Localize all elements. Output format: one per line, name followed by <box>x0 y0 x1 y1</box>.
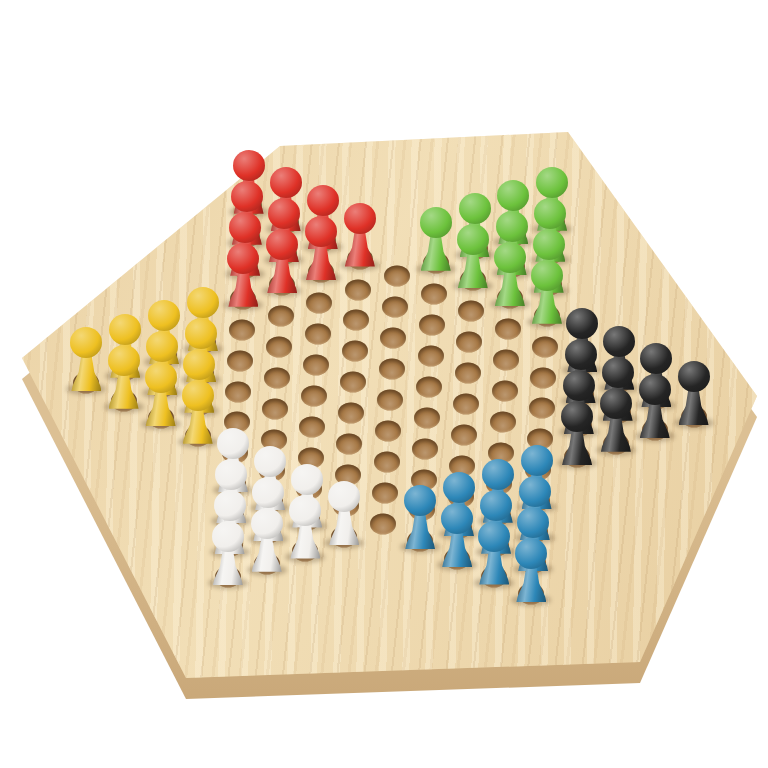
hole[interactable] <box>495 318 521 339</box>
peg-red[interactable] <box>226 243 260 307</box>
hole[interactable] <box>382 297 408 318</box>
hole[interactable] <box>340 372 366 393</box>
peg-ball <box>109 314 141 345</box>
peg-yellow[interactable] <box>144 362 178 426</box>
peg-body <box>146 388 176 426</box>
hole[interactable] <box>453 394 479 415</box>
peg-ball <box>531 260 563 291</box>
peg-ball <box>404 485 436 516</box>
hole[interactable] <box>377 390 403 411</box>
peg-ball <box>494 242 526 273</box>
peg-ball <box>266 229 298 260</box>
peg-ball <box>328 481 360 512</box>
hole[interactable] <box>493 349 519 370</box>
peg-body <box>442 529 472 567</box>
peg-body <box>601 414 631 452</box>
peg-ball <box>291 464 323 495</box>
peg-body <box>306 242 336 280</box>
hole[interactable] <box>303 354 329 375</box>
peg-green[interactable] <box>493 242 527 306</box>
peg-body <box>213 547 243 585</box>
hole[interactable] <box>227 350 253 371</box>
peg-ball <box>443 472 475 503</box>
peg-black[interactable] <box>560 401 594 465</box>
peg-ball <box>212 521 244 552</box>
peg-body <box>329 507 359 545</box>
peg-body <box>228 269 258 307</box>
hole[interactable] <box>229 319 255 340</box>
peg-ball <box>233 150 265 181</box>
peg-ball <box>521 445 553 476</box>
peg-body <box>183 406 213 444</box>
peg-ball <box>480 490 512 521</box>
hole[interactable] <box>336 434 362 455</box>
peg-body <box>479 547 509 585</box>
peg-ball <box>600 388 632 419</box>
hole[interactable] <box>455 363 481 384</box>
peg-ball <box>566 308 598 339</box>
board-scene <box>0 0 768 768</box>
peg-ball <box>270 167 302 198</box>
peg-ball <box>217 428 249 459</box>
peg-ball <box>229 212 261 243</box>
peg-ball <box>563 370 595 401</box>
hole[interactable] <box>345 279 371 300</box>
hole[interactable] <box>379 359 405 380</box>
peg-ball <box>478 521 510 552</box>
peg-ball <box>344 203 376 234</box>
hole[interactable] <box>412 438 438 459</box>
hole[interactable] <box>370 513 396 534</box>
peg-black[interactable] <box>599 388 633 452</box>
peg-ball <box>215 459 247 490</box>
peg-body <box>109 371 139 409</box>
peg-red[interactable] <box>304 216 338 280</box>
hole[interactable] <box>384 266 410 287</box>
peg-red[interactable] <box>265 229 299 293</box>
peg-green[interactable] <box>456 224 490 288</box>
peg-ball <box>251 508 283 539</box>
hole[interactable] <box>380 328 406 349</box>
hole[interactable] <box>299 416 325 437</box>
peg-ball <box>183 349 215 380</box>
peg-ball <box>268 198 300 229</box>
peg-white[interactable] <box>250 508 284 572</box>
peg-ball <box>482 459 514 490</box>
hole[interactable] <box>264 368 290 389</box>
peg-blue[interactable] <box>440 503 474 567</box>
peg-ball <box>561 401 593 432</box>
peg-ball <box>603 326 635 357</box>
hole[interactable] <box>374 451 400 472</box>
hole[interactable] <box>266 337 292 358</box>
hole[interactable] <box>421 283 447 304</box>
hole[interactable] <box>414 407 440 428</box>
peg-white[interactable] <box>327 481 361 545</box>
peg-ball <box>457 224 489 255</box>
peg-body <box>252 534 282 572</box>
hole[interactable] <box>529 398 555 419</box>
peg-ball <box>517 507 549 538</box>
peg-body <box>290 521 320 559</box>
peg-yellow[interactable] <box>69 327 103 391</box>
peg-body <box>405 511 435 549</box>
peg-ball <box>534 198 566 229</box>
peg-black[interactable] <box>677 361 711 425</box>
hole[interactable] <box>416 376 442 397</box>
peg-ball <box>305 216 337 247</box>
hole[interactable] <box>343 310 369 331</box>
peg-ball <box>497 180 529 211</box>
peg-ball <box>70 327 102 358</box>
hole[interactable] <box>375 420 401 441</box>
peg-ball <box>307 185 339 216</box>
peg-white[interactable] <box>211 521 245 585</box>
hole[interactable] <box>490 411 516 432</box>
peg-ball <box>214 490 246 521</box>
peg-ball <box>289 495 321 526</box>
peg-body <box>640 400 670 438</box>
peg-ball <box>252 477 284 508</box>
peg-ball <box>639 374 671 405</box>
hole[interactable] <box>530 367 556 388</box>
peg-ball <box>146 331 178 362</box>
peg-blue[interactable] <box>403 485 437 549</box>
peg-ball <box>459 193 491 224</box>
hole[interactable] <box>456 332 482 353</box>
hole[interactable] <box>262 399 288 420</box>
peg-blue[interactable] <box>514 538 548 602</box>
hole[interactable] <box>451 425 477 446</box>
peg-body <box>267 255 297 293</box>
hole[interactable] <box>532 336 558 357</box>
hole[interactable] <box>372 482 398 503</box>
peg-body <box>421 233 451 271</box>
peg-ball <box>640 343 672 374</box>
peg-ball <box>519 476 551 507</box>
peg-ball <box>496 211 528 242</box>
hole[interactable] <box>338 403 364 424</box>
peg-body <box>679 387 709 425</box>
peg-ball <box>420 207 452 238</box>
peg-ball <box>536 167 568 198</box>
peg-body <box>495 268 525 306</box>
peg-body <box>532 286 562 324</box>
peg-ball <box>515 538 547 569</box>
peg-ball <box>227 243 259 274</box>
hole[interactable] <box>306 292 332 313</box>
peg-body <box>345 229 375 267</box>
peg-black[interactable] <box>638 374 672 438</box>
peg-ball <box>254 446 286 477</box>
peg-red[interactable] <box>343 203 377 267</box>
peg-ball <box>108 345 140 376</box>
hole[interactable] <box>305 323 331 344</box>
peg-yellow[interactable] <box>107 345 141 409</box>
peg-ball <box>565 339 597 370</box>
hole[interactable] <box>342 341 368 362</box>
peg-ball <box>187 287 219 318</box>
hole[interactable] <box>492 380 518 401</box>
hole[interactable] <box>418 345 444 366</box>
hole[interactable] <box>301 385 327 406</box>
hole[interactable] <box>225 381 251 402</box>
peg-white[interactable] <box>288 495 322 559</box>
hole[interactable] <box>458 301 484 322</box>
peg-body <box>458 250 488 288</box>
peg-ball <box>231 181 263 212</box>
peg-body <box>516 564 546 602</box>
peg-ball <box>678 361 710 392</box>
peg-ball <box>533 229 565 260</box>
hole[interactable] <box>268 306 294 327</box>
peg-ball <box>185 318 217 349</box>
peg-ball <box>145 362 177 393</box>
hole[interactable] <box>419 314 445 335</box>
peg-ball <box>148 300 180 331</box>
peg-ball <box>602 357 634 388</box>
peg-green[interactable] <box>530 260 564 324</box>
peg-ball <box>182 380 214 411</box>
peg-blue[interactable] <box>477 521 511 585</box>
peg-body <box>71 353 101 391</box>
peg-ball <box>441 503 473 534</box>
peg-body <box>562 427 592 465</box>
peg-yellow[interactable] <box>181 380 215 444</box>
peg-green[interactable] <box>419 207 453 271</box>
